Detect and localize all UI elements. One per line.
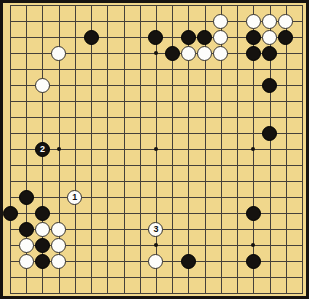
board-line-horizontal: [10, 181, 303, 182]
white-stone: [278, 14, 293, 29]
board-line-horizontal: [10, 197, 303, 198]
white-stone: [213, 14, 228, 29]
star-point: [251, 243, 255, 247]
board-line-vertical: [237, 5, 238, 294]
black-stone: [3, 206, 18, 221]
black-stone: [262, 126, 277, 141]
black-stone: [181, 254, 196, 269]
white-stone: [51, 46, 66, 61]
black-stone: [19, 222, 34, 237]
star-point: [154, 243, 158, 247]
board-line-horizontal: [10, 293, 303, 294]
white-stone: [246, 14, 261, 29]
white-stone: [51, 222, 66, 237]
black-stone: [165, 46, 180, 61]
black-stone: [246, 30, 261, 45]
white-stone: [213, 46, 228, 61]
black-stone: [246, 46, 261, 61]
black-stone: [262, 46, 277, 61]
go-diagram: 213: [0, 0, 309, 299]
star-point: [154, 147, 158, 151]
board-line-horizontal: [10, 277, 303, 278]
star-point: [154, 51, 158, 55]
black-stone: [181, 30, 196, 45]
white-stone: [262, 14, 277, 29]
go-board: 213: [0, 0, 309, 299]
black-stone: [35, 238, 50, 253]
white-stone: [262, 30, 277, 45]
black-stone: [278, 30, 293, 45]
white-stone: [197, 46, 212, 61]
white-stone: [35, 78, 50, 93]
board-line-horizontal: [10, 165, 303, 166]
board-line-vertical: [286, 5, 287, 294]
black-stone: [35, 254, 50, 269]
star-point: [251, 147, 255, 151]
white-stone: [148, 254, 163, 269]
white-stone: [19, 254, 34, 269]
black-stone-move-2: 2: [35, 142, 50, 157]
black-stone: [246, 254, 261, 269]
black-stone: [19, 190, 34, 205]
white-stone: [181, 46, 196, 61]
white-stone: [35, 222, 50, 237]
black-stone: [262, 78, 277, 93]
black-stone: [84, 30, 99, 45]
white-stone-move-3: 3: [148, 222, 163, 237]
white-stone: [213, 30, 228, 45]
white-stone-move-1: 1: [67, 190, 82, 205]
white-stone: [51, 254, 66, 269]
white-stone: [19, 238, 34, 253]
board-line-vertical: [302, 5, 303, 294]
black-stone: [35, 206, 50, 221]
black-stone: [197, 30, 212, 45]
white-stone: [51, 238, 66, 253]
black-stone: [148, 30, 163, 45]
black-stone: [246, 206, 261, 221]
star-point: [57, 147, 61, 151]
